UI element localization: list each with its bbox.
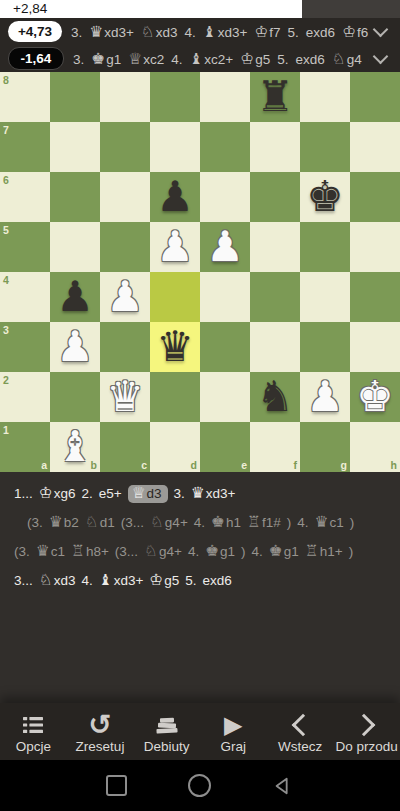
options-button[interactable]: Opcje — [0, 703, 67, 760]
piece-figurine: ♔ — [39, 484, 53, 502]
move-token[interactable]: 2. — [81, 486, 92, 501]
square-d6[interactable]: ♟ — [150, 172, 200, 222]
engine-lines-panel: +4,73 3.♛xd3+♘xd34.♝xd3+♔f75.exd6♔f66. -… — [0, 18, 400, 72]
move-token[interactable]: ♚g1 — [269, 544, 299, 559]
coord-file-c: c — [141, 459, 147, 471]
square-h5[interactable] — [350, 222, 400, 272]
square-g6[interactable]: ♚ — [300, 172, 350, 222]
square-g4[interactable] — [300, 272, 350, 322]
move-token[interactable]: ♔f7 — [254, 25, 280, 40]
square-d1[interactable]: d — [150, 422, 200, 472]
square-g5[interactable] — [300, 222, 350, 272]
piece-figurine: ♘ — [332, 50, 346, 68]
move-token[interactable]: ) — [349, 544, 354, 559]
piece-white-pawn[interactable]: ♟ — [306, 372, 344, 422]
move-token[interactable]: ) — [287, 515, 292, 530]
books-icon — [154, 712, 180, 738]
move-token[interactable]: ♔f6 — [342, 25, 368, 40]
square-a7[interactable]: 7 — [0, 122, 50, 172]
move-token[interactable]: ) — [241, 544, 246, 559]
square-f8[interactable]: ♜ — [250, 72, 300, 122]
move-token[interactable]: 4. — [171, 52, 182, 67]
square-b6[interactable] — [50, 172, 100, 222]
move-token[interactable]: 4. — [81, 573, 92, 588]
coord-rank-5: 5 — [3, 224, 9, 236]
piece-figurine: ♘ — [141, 23, 155, 41]
square-a4[interactable]: 4 — [0, 272, 50, 322]
coord-rank-3: 3 — [3, 324, 9, 336]
move-token[interactable]: 3. — [174, 486, 185, 501]
toolbar-label: Debiuty — [144, 739, 190, 754]
move-token[interactable]: ♕xc2 — [128, 52, 164, 67]
square-e3[interactable] — [200, 322, 250, 372]
coord-rank-2: 2 — [3, 374, 9, 386]
piece-white-king[interactable]: ♚ — [356, 372, 394, 422]
piece-white-queen[interactable]: ♛ — [106, 372, 144, 422]
square-e6[interactable] — [200, 172, 250, 222]
piece-figurine: ♔ — [149, 571, 163, 589]
square-f5[interactable] — [250, 222, 300, 272]
coord-file-g: g — [341, 459, 347, 471]
square-h8[interactable] — [350, 72, 400, 122]
square-b3[interactable]: ♟ — [50, 322, 100, 372]
square-f3[interactable] — [250, 322, 300, 372]
move-token[interactable]: exd6 — [306, 25, 335, 40]
square-g1[interactable]: g — [300, 422, 350, 472]
square-h2[interactable]: ♚ — [350, 372, 400, 422]
move-token[interactable]: ♚g1 — [91, 52, 121, 67]
coord-rank-7: 7 — [3, 124, 9, 136]
piece-black-knight[interactable]: ♞ — [256, 372, 294, 422]
move-token[interactable]: 4. — [252, 544, 263, 559]
piece-figurine: ♘ — [144, 542, 158, 560]
piece-figurine: ♔ — [240, 50, 254, 68]
back-move-button[interactable]: Wstecz — [267, 703, 334, 760]
piece-figurine: ♘ — [150, 513, 164, 531]
piece-figurine: ♛ — [89, 23, 103, 41]
square-h3[interactable] — [350, 322, 400, 372]
move-token[interactable]: ♔g5 — [240, 52, 270, 67]
coord-rank-6: 6 — [3, 174, 9, 186]
piece-figurine: ♘ — [39, 571, 53, 589]
engine-line-moves: 3.♚g1♕xc24.♝xc2+♔g55.exd6♘g46. — [73, 50, 369, 68]
piece-figurine: ♕ — [132, 484, 146, 502]
chevron-down-icon[interactable] — [373, 49, 389, 65]
move-token[interactable]: ♛c1 — [36, 544, 65, 559]
move-token[interactable]: 4. — [188, 544, 199, 559]
back-triangle-icon[interactable] — [272, 775, 294, 797]
chevron-right-icon — [356, 712, 377, 738]
reset-button[interactable]: ↺ Zresetuj — [67, 703, 134, 760]
move-token[interactable]: ♚h1 — [211, 515, 241, 530]
play-icon: ▶ — [224, 712, 242, 738]
move-token[interactable]: ♖h1+ — [305, 544, 343, 559]
square-e7[interactable] — [200, 122, 250, 172]
square-f7[interactable] — [250, 122, 300, 172]
piece-figurine: ♝ — [99, 571, 113, 589]
move-token[interactable]: ♘xd3 — [141, 25, 178, 40]
square-g3[interactable] — [300, 322, 350, 372]
piece-figurine: ♝ — [189, 50, 203, 68]
square-c2[interactable]: ♛ — [100, 372, 150, 422]
square-a1[interactable]: 1a — [0, 422, 50, 472]
move-token[interactable]: ♘g4 — [332, 52, 362, 67]
move-token[interactable]: ♝xd3+ — [99, 573, 144, 588]
toolbar-label: Opcje — [16, 739, 51, 754]
coord-file-e: e — [241, 459, 247, 471]
piece-figurine: ♖ — [247, 513, 261, 531]
board: 8♜76♟♚5♟♟4♟♟3♟♛2♛♞♟♚1ab♝cdefgh — [0, 72, 400, 472]
move-token[interactable]: 4. — [297, 515, 308, 530]
move-token[interactable]: 5. — [288, 25, 299, 40]
move-token[interactable]: ♝xc2+ — [189, 52, 233, 67]
piece-figurine: ♚ — [211, 513, 225, 531]
move-token[interactable]: ♔xg6 — [39, 486, 76, 501]
square-f6[interactable] — [250, 172, 300, 222]
move-token[interactable]: e5+ — [99, 486, 122, 501]
square-d4[interactable] — [150, 272, 200, 322]
recents-square-icon[interactable] — [106, 775, 127, 796]
eval-bar: +2,84 — [0, 0, 400, 18]
toolbar: Opcje ↺ Zresetuj Debiuty ▶ Graj Wstecz — [0, 703, 400, 760]
move-token[interactable]: ♛xd3+ — [89, 25, 134, 40]
square-h1[interactable]: h — [350, 422, 400, 472]
square-d7[interactable] — [150, 122, 200, 172]
piece-black-queen[interactable]: ♛ — [156, 322, 194, 372]
square-c4[interactable]: ♟ — [100, 272, 150, 322]
piece-figurine: ♖ — [305, 542, 319, 560]
play-button[interactable]: ▶ Graj — [200, 703, 267, 760]
piece-figurine: ♚ — [205, 542, 219, 560]
square-c6[interactable] — [100, 172, 150, 222]
piece-figurine: ♛ — [314, 513, 328, 531]
square-e8[interactable] — [200, 72, 250, 122]
move-token[interactable]: 3. — [71, 25, 82, 40]
move-token[interactable]: 4. — [185, 25, 196, 40]
coord-file-a: a — [41, 459, 47, 471]
chevron-down-icon[interactable] — [373, 22, 389, 38]
piece-figurine: ♛ — [191, 484, 205, 502]
android-nav-bar — [0, 760, 400, 811]
toolbar-label: Graj — [221, 739, 247, 754]
square-h4[interactable] — [350, 272, 400, 322]
piece-figurine: ♕ — [128, 50, 142, 68]
square-d8[interactable] — [150, 72, 200, 122]
move-token[interactable]: 3. — [73, 52, 84, 67]
square-d5[interactable]: ♟ — [150, 222, 200, 272]
move-token[interactable]: exd6 — [203, 573, 232, 588]
move-token[interactable]: ♘g4+ — [150, 515, 188, 530]
piece-white-pawn[interactable]: ♟ — [56, 322, 94, 372]
square-e4[interactable] — [200, 272, 250, 322]
forward-move-button[interactable]: Do przodu — [333, 703, 400, 760]
move-token[interactable]: 5. — [277, 52, 288, 67]
piece-figurine: ♚ — [269, 542, 283, 560]
move-token[interactable]: 5. — [185, 573, 196, 588]
square-c7[interactable] — [100, 122, 150, 172]
list-icon — [21, 712, 45, 738]
coord-file-d: d — [191, 459, 197, 471]
eval-bar-black-section — [302, 0, 400, 18]
square-b5[interactable] — [50, 222, 100, 272]
piece-black-king[interactable]: ♚ — [306, 172, 344, 222]
square-b2[interactable] — [50, 372, 100, 422]
square-b7[interactable] — [50, 122, 100, 172]
chess-analysis-app: +2,84 +4,73 3.♛xd3+♘xd34.♝xd3+♔f75.exd6♔… — [0, 0, 400, 811]
piece-figurine: ♛ — [49, 513, 63, 531]
square-e1[interactable]: e — [200, 422, 250, 472]
coord-file-h: h — [391, 459, 397, 471]
piece-white-pawn[interactable]: ♟ — [156, 222, 194, 272]
coord-file-f: f — [294, 459, 298, 471]
toolbar-label: Do przodu — [336, 739, 398, 754]
square-g8[interactable] — [300, 72, 350, 122]
square-f2[interactable]: ♞ — [250, 372, 300, 422]
piece-figurine: ♘ — [85, 513, 99, 531]
move-token[interactable]: exd6 — [295, 52, 324, 67]
move-line: 3...♘xd34.♝xd3+♔g55.exd6 — [14, 566, 386, 595]
move-token[interactable]: 4. — [194, 515, 205, 530]
move-token[interactable]: 1... — [14, 486, 33, 501]
engine-line-2[interactable]: -1,64 3.♚g1♕xc24.♝xc2+♔g55.exd6♘g46. — [0, 45, 400, 72]
piece-figurine: ♔ — [342, 23, 356, 41]
openings-button[interactable]: Debiuty — [133, 703, 200, 760]
piece-figurine: ♝ — [203, 23, 217, 41]
coord-rank-1: 1 — [3, 424, 9, 436]
toolbar-label: Wstecz — [278, 739, 322, 754]
square-a5[interactable]: 5 — [0, 222, 50, 272]
piece-figurine: ♚ — [91, 50, 105, 68]
square-f4[interactable] — [250, 272, 300, 322]
engine-line-1[interactable]: +4,73 3.♛xd3+♘xd34.♝xd3+♔f75.exd6♔f66. — [0, 18, 400, 45]
move-token[interactable]: ♛xd3+ — [191, 486, 236, 501]
move-token[interactable]: (3. — [27, 515, 43, 530]
move-token[interactable]: ♛c1 — [314, 515, 343, 530]
current-move-chip[interactable]: ♕d3 — [128, 485, 168, 503]
move-token[interactable]: ♘xd3 — [39, 573, 76, 588]
square-e5[interactable]: ♟ — [200, 222, 250, 272]
square-b8[interactable] — [50, 72, 100, 122]
square-g2[interactable]: ♟ — [300, 372, 350, 422]
square-b1[interactable]: b♝ — [50, 422, 100, 472]
square-a8[interactable]: 8 — [0, 72, 50, 122]
move-token[interactable]: 3... — [14, 573, 33, 588]
toolbar-label: Zresetuj — [76, 739, 125, 754]
move-line: (3.♛b2♘d1(3...♘g4+4.♚h1♖f1#)4.♛c1) — [27, 508, 386, 537]
move-token[interactable]: ♘g4+ — [144, 544, 182, 559]
move-token[interactable]: ♘d1 — [85, 515, 115, 530]
piece-black-pawn[interactable]: ♟ — [56, 272, 94, 322]
eval-pill: -1,64 — [8, 47, 64, 70]
move-token[interactable]: ♝xd3+ — [203, 25, 248, 40]
square-c5[interactable] — [100, 222, 150, 272]
engine-line-moves: 3.♛xd3+♘xd34.♝xd3+♔f75.exd6♔f66. — [71, 23, 369, 41]
move-token[interactable]: (3. — [14, 544, 30, 559]
move-token[interactable]: ♖h8+ — [71, 544, 109, 559]
move-token[interactable]: ♖f1# — [247, 515, 281, 530]
square-a6[interactable]: 6 — [0, 172, 50, 222]
move-list: 1...♔xg62.e5+♕d33.♛xd3+ (3.♛b2♘d1(3...♘g… — [0, 472, 400, 703]
reset-icon: ↺ — [88, 712, 111, 738]
piece-white-pawn[interactable]: ♟ — [106, 272, 144, 322]
move-token[interactable]: ) — [350, 515, 355, 530]
piece-white-pawn[interactable]: ♟ — [206, 222, 244, 272]
coord-rank-8: 8 — [3, 74, 9, 86]
square-f1[interactable]: f — [250, 422, 300, 472]
home-circle-icon[interactable] — [188, 774, 211, 797]
piece-figurine: ♔ — [254, 23, 268, 41]
coord-rank-4: 4 — [3, 274, 9, 286]
piece-figurine: ♖ — [71, 542, 85, 560]
piece-black-pawn[interactable]: ♟ — [156, 172, 194, 222]
square-d2[interactable] — [150, 372, 200, 422]
square-h6[interactable] — [350, 172, 400, 222]
eval-score: +2,84 — [13, 1, 47, 16]
move-line: 1...♔xg62.e5+♕d33.♛xd3+ — [14, 479, 386, 508]
move-token[interactable]: ♔g5 — [149, 573, 179, 588]
move-token[interactable]: (3... — [121, 515, 144, 530]
square-c1[interactable]: c — [100, 422, 150, 472]
square-c8[interactable] — [100, 72, 150, 122]
move-token[interactable]: (3... — [115, 544, 138, 559]
move-token[interactable]: ♚g1 — [205, 544, 235, 559]
square-h7[interactable] — [350, 122, 400, 172]
move-line: (3.♛c1♖h8+(3...♘g4+4.♚g1)4.♚g1♖h1+) — [14, 537, 386, 566]
square-a2[interactable]: 2 — [0, 372, 50, 422]
piece-white-bishop[interactable]: ♝ — [56, 422, 94, 472]
move-token[interactable]: ♛b2 — [49, 515, 79, 530]
square-d3[interactable]: ♛ — [150, 322, 200, 372]
piece-figurine: ♛ — [36, 542, 50, 560]
chevron-left-icon — [290, 712, 311, 738]
square-b4[interactable]: ♟ — [50, 272, 100, 322]
square-c3[interactable] — [100, 322, 150, 372]
square-g7[interactable] — [300, 122, 350, 172]
coord-file-b: b — [91, 459, 97, 471]
square-e2[interactable] — [200, 372, 250, 422]
eval-pill: +4,73 — [8, 21, 62, 42]
square-a3[interactable]: 3 — [0, 322, 50, 372]
piece-black-rook[interactable]: ♜ — [256, 72, 294, 122]
